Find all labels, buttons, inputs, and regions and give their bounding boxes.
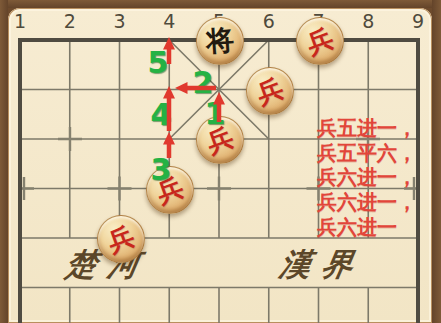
- red-soldier[interactable]: 兵: [296, 17, 344, 65]
- xiangqi-puzzle-screen: 123456789 楚河 漢界 将兵兵兵兵兵 1 2 3 4 5 兵五进一，兵五…: [0, 0, 441, 323]
- frame-top: [0, 0, 441, 8]
- column-label-3: 3: [108, 10, 132, 32]
- step-number-1: 1: [205, 99, 226, 129]
- column-label-1: 1: [8, 10, 32, 32]
- move-list: 兵五进一，兵五平六，兵六进一，兵六进一，兵六进一: [317, 116, 419, 240]
- move-line: 兵六进一，: [317, 165, 419, 190]
- column-label-6: 6: [257, 10, 281, 32]
- move-line: 兵六进一: [317, 215, 419, 240]
- column-label-8: 8: [356, 10, 380, 32]
- red-soldier[interactable]: 兵: [246, 67, 294, 115]
- red-soldier[interactable]: 兵: [97, 215, 145, 263]
- frame-left: [0, 0, 8, 323]
- piece-character: 兵: [104, 222, 137, 255]
- move-line: 兵五平六，: [317, 141, 419, 166]
- piece-character: 兵: [303, 24, 336, 57]
- column-label-4: 4: [157, 10, 181, 32]
- step-number-3: 3: [151, 155, 172, 185]
- piece-character: 将: [205, 26, 235, 56]
- step-number-4: 4: [151, 100, 172, 130]
- step-number-2: 2: [193, 68, 214, 98]
- frame-right: [432, 0, 441, 323]
- step-number-5: 5: [148, 48, 169, 78]
- column-label-9: 9: [406, 10, 430, 32]
- piece-character: 兵: [253, 74, 286, 107]
- move-line: 兵六进一，: [317, 190, 419, 215]
- move-line: 兵五进一，: [317, 116, 419, 141]
- river-label-han: 漢界: [276, 244, 367, 286]
- black-general[interactable]: 将: [196, 17, 244, 65]
- column-label-2: 2: [58, 10, 82, 32]
